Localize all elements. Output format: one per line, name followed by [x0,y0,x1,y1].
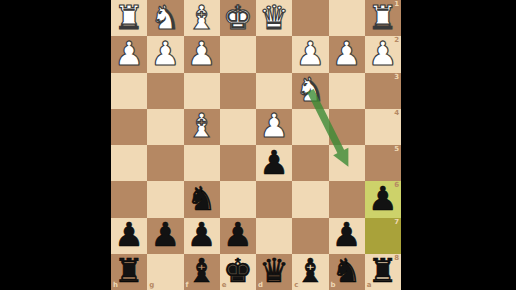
square-f2[interactable]: ♟ [184,36,220,72]
square-h8[interactable]: ♜h [111,254,147,290]
square-g7[interactable]: ♟ [147,218,183,254]
square-a4[interactable]: 4 [365,109,401,145]
black-pawn-b7[interactable]: ♟ [332,218,362,251]
square-a8[interactable]: ♜8a [365,254,401,290]
square-e8[interactable]: ♚e [220,254,256,290]
square-c4[interactable] [292,109,328,145]
square-c5[interactable] [292,145,328,181]
square-a6[interactable]: ♟6 [365,181,401,217]
square-c2[interactable]: ♟ [292,36,328,72]
square-d6[interactable] [256,181,292,217]
square-c6[interactable] [292,181,328,217]
white-queen-d1[interactable]: ♛ [259,1,289,34]
square-d3[interactable] [256,73,292,109]
chess-board: ♜♞♝♚♛♜1♟♟♟♟♟♟2♞3♝♟4♟5♞♟6♟♟♟♟♟7♜hg♝f♚e♛d♝… [111,0,401,290]
white-pawn-h2[interactable]: ♟ [114,37,144,70]
square-h2[interactable]: ♟ [111,36,147,72]
black-pawn-a6[interactable]: ♟ [368,182,398,215]
square-e5[interactable] [220,145,256,181]
white-bishop-f4[interactable]: ♝ [187,109,217,142]
square-d7[interactable] [256,218,292,254]
black-pawn-g7[interactable]: ♟ [151,218,181,251]
white-bishop-f1[interactable]: ♝ [187,1,217,34]
square-b4[interactable] [329,109,365,145]
square-h6[interactable] [111,181,147,217]
square-d2[interactable] [256,36,292,72]
square-f8[interactable]: ♝f [184,254,220,290]
square-f4[interactable]: ♝ [184,109,220,145]
black-pawn-h7[interactable]: ♟ [114,218,144,251]
white-pawn-b2[interactable]: ♟ [332,37,362,70]
square-f6[interactable]: ♞ [184,181,220,217]
square-b8[interactable]: ♞b [329,254,365,290]
square-b3[interactable] [329,73,365,109]
rank-label-3: 3 [394,74,399,81]
white-pawn-g2[interactable]: ♟ [151,37,181,70]
square-e1[interactable]: ♚ [220,0,256,36]
white-king-e1[interactable]: ♚ [223,1,253,34]
square-a5[interactable]: 5 [365,145,401,181]
square-f3[interactable] [184,73,220,109]
white-knight-g1[interactable]: ♞ [151,1,181,34]
square-d5[interactable]: ♟ [256,145,292,181]
square-g8[interactable]: g [147,254,183,290]
white-pawn-f2[interactable]: ♟ [187,37,217,70]
white-rook-h1[interactable]: ♜ [114,1,144,34]
black-pawn-e7[interactable]: ♟ [223,218,253,251]
rank-label-7: 7 [394,219,399,226]
square-g3[interactable] [147,73,183,109]
square-h5[interactable] [111,145,147,181]
rank-label-4: 4 [394,110,399,117]
black-queen-d8[interactable]: ♛ [259,254,289,287]
letterbox-background: ♜♞♝♚♛♜1♟♟♟♟♟♟2♞3♝♟4♟5♞♟6♟♟♟♟♟7♜hg♝f♚e♛d♝… [0,0,516,290]
rank-label-5: 5 [394,146,399,153]
white-knight-c3[interactable]: ♞ [296,73,326,106]
square-c7[interactable] [292,218,328,254]
black-rook-a8[interactable]: ♜ [368,254,398,287]
black-pawn-d5[interactable]: ♟ [259,146,289,179]
square-h1[interactable]: ♜ [111,0,147,36]
square-c1[interactable] [292,0,328,36]
square-e4[interactable] [220,109,256,145]
white-rook-a1[interactable]: ♜ [368,1,398,34]
square-e6[interactable] [220,181,256,217]
black-rook-h8[interactable]: ♜ [114,254,144,287]
square-g5[interactable] [147,145,183,181]
square-h4[interactable] [111,109,147,145]
square-g2[interactable]: ♟ [147,36,183,72]
square-g4[interactable] [147,109,183,145]
square-h7[interactable]: ♟ [111,218,147,254]
square-e7[interactable]: ♟ [220,218,256,254]
square-g6[interactable] [147,181,183,217]
square-g1[interactable]: ♞ [147,0,183,36]
square-a2[interactable]: ♟2 [365,36,401,72]
square-a3[interactable]: 3 [365,73,401,109]
white-pawn-c2[interactable]: ♟ [296,37,326,70]
square-e3[interactable] [220,73,256,109]
black-knight-b8[interactable]: ♞ [332,254,362,287]
square-c8[interactable]: ♝c [292,254,328,290]
square-d1[interactable]: ♛ [256,0,292,36]
black-pawn-f7[interactable]: ♟ [187,218,217,251]
square-h3[interactable] [111,73,147,109]
black-bishop-c8[interactable]: ♝ [296,254,326,287]
square-b2[interactable]: ♟ [329,36,365,72]
square-b6[interactable] [329,181,365,217]
square-f1[interactable]: ♝ [184,0,220,36]
square-e2[interactable] [220,36,256,72]
square-a7[interactable]: 7 [365,218,401,254]
square-b1[interactable] [329,0,365,36]
square-f7[interactable]: ♟ [184,218,220,254]
square-f5[interactable] [184,145,220,181]
white-pawn-d4[interactable]: ♟ [259,109,289,142]
file-label-g: g [149,282,154,289]
white-pawn-a2[interactable]: ♟ [368,37,398,70]
square-d8[interactable]: ♛d [256,254,292,290]
black-king-e8[interactable]: ♚ [223,254,253,287]
square-b7[interactable]: ♟ [329,218,365,254]
square-d4[interactable]: ♟ [256,109,292,145]
square-c3[interactable]: ♞ [292,73,328,109]
square-b5[interactable] [329,145,365,181]
black-knight-f6[interactable]: ♞ [187,182,217,215]
black-bishop-f8[interactable]: ♝ [187,254,217,287]
square-a1[interactable]: ♜1 [365,0,401,36]
